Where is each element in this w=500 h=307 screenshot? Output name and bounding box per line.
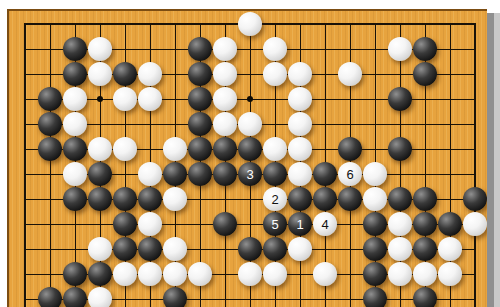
white-stone bbox=[363, 187, 387, 211]
white-stone bbox=[88, 287, 112, 307]
white-stone bbox=[163, 137, 187, 161]
black-stone bbox=[63, 37, 87, 61]
black-stone bbox=[313, 162, 337, 186]
black-stone bbox=[413, 287, 437, 307]
black-stone bbox=[163, 162, 187, 186]
page-background: 362514 bbox=[0, 0, 500, 307]
black-stone: 5 bbox=[263, 212, 287, 236]
white-stone bbox=[63, 112, 87, 136]
black-stone bbox=[463, 187, 487, 211]
black-stone bbox=[163, 287, 187, 307]
black-stone bbox=[63, 62, 87, 86]
white-stone bbox=[313, 262, 337, 286]
black-stone bbox=[238, 237, 262, 261]
black-stone: 1 bbox=[288, 212, 312, 236]
white-stone bbox=[88, 62, 112, 86]
black-stone bbox=[113, 187, 137, 211]
white-stone bbox=[163, 262, 187, 286]
black-stone bbox=[113, 237, 137, 261]
black-stone bbox=[263, 162, 287, 186]
black-stone bbox=[363, 287, 387, 307]
hoshi-point bbox=[97, 96, 103, 102]
white-stone bbox=[413, 262, 437, 286]
board-edge-shadow-light bbox=[494, 13, 500, 307]
white-stone bbox=[263, 137, 287, 161]
white-stone bbox=[388, 237, 412, 261]
white-stone bbox=[63, 87, 87, 111]
white-stone bbox=[88, 37, 112, 61]
black-stone bbox=[38, 287, 62, 307]
white-stone: 4 bbox=[313, 212, 337, 236]
black-stone bbox=[288, 187, 312, 211]
white-stone: 2 bbox=[263, 187, 287, 211]
black-stone bbox=[213, 162, 237, 186]
black-stone bbox=[63, 137, 87, 161]
black-stone bbox=[188, 37, 212, 61]
black-stone bbox=[113, 212, 137, 236]
black-stone bbox=[88, 262, 112, 286]
move-number-label: 4 bbox=[321, 218, 328, 231]
white-stone bbox=[113, 262, 137, 286]
white-stone bbox=[263, 262, 287, 286]
black-stone bbox=[138, 237, 162, 261]
black-stone bbox=[188, 137, 212, 161]
black-stone bbox=[438, 212, 462, 236]
black-stone bbox=[263, 237, 287, 261]
go-board[interactable]: 362514 bbox=[7, 9, 487, 307]
white-stone bbox=[263, 37, 287, 61]
white-stone bbox=[138, 162, 162, 186]
white-stone bbox=[288, 237, 312, 261]
black-stone bbox=[88, 162, 112, 186]
grid-line-vertical bbox=[474, 24, 476, 307]
white-stone bbox=[63, 162, 87, 186]
hoshi-point bbox=[247, 96, 253, 102]
black-stone bbox=[213, 212, 237, 236]
board-edge-shadow-dark bbox=[487, 13, 494, 307]
white-stone bbox=[113, 137, 137, 161]
black-stone bbox=[38, 112, 62, 136]
black-stone bbox=[63, 262, 87, 286]
black-stone bbox=[213, 137, 237, 161]
black-stone bbox=[413, 37, 437, 61]
white-stone bbox=[388, 37, 412, 61]
black-stone bbox=[138, 187, 162, 211]
white-stone bbox=[288, 87, 312, 111]
grid-line-vertical bbox=[50, 24, 51, 307]
white-stone bbox=[238, 12, 262, 36]
black-stone bbox=[238, 137, 262, 161]
white-stone bbox=[363, 162, 387, 186]
white-stone bbox=[163, 237, 187, 261]
move-number-label: 2 bbox=[271, 193, 278, 206]
black-stone bbox=[413, 237, 437, 261]
move-number-label: 1 bbox=[296, 218, 303, 231]
black-stone bbox=[338, 187, 362, 211]
white-stone bbox=[438, 237, 462, 261]
black-stone bbox=[388, 87, 412, 111]
white-stone bbox=[288, 62, 312, 86]
black-stone bbox=[388, 187, 412, 211]
white-stone bbox=[288, 137, 312, 161]
white-stone bbox=[138, 87, 162, 111]
white-stone bbox=[238, 112, 262, 136]
white-stone bbox=[288, 112, 312, 136]
black-stone bbox=[88, 187, 112, 211]
white-stone bbox=[338, 62, 362, 86]
black-stone bbox=[188, 87, 212, 111]
black-stone bbox=[338, 137, 362, 161]
black-stone bbox=[363, 262, 387, 286]
white-stone bbox=[163, 187, 187, 211]
white-stone bbox=[288, 162, 312, 186]
black-stone bbox=[63, 187, 87, 211]
black-stone bbox=[413, 187, 437, 211]
black-stone bbox=[388, 137, 412, 161]
black-stone bbox=[113, 62, 137, 86]
white-stone bbox=[438, 262, 462, 286]
white-stone bbox=[213, 62, 237, 86]
white-stone bbox=[238, 262, 262, 286]
white-stone bbox=[188, 262, 212, 286]
white-stone bbox=[213, 37, 237, 61]
white-stone bbox=[138, 212, 162, 236]
move-number-label: 5 bbox=[271, 218, 278, 231]
white-stone: 6 bbox=[338, 162, 362, 186]
black-stone bbox=[363, 212, 387, 236]
grid-line-vertical bbox=[24, 24, 26, 307]
black-stone bbox=[413, 62, 437, 86]
white-stone bbox=[113, 87, 137, 111]
black-stone bbox=[363, 237, 387, 261]
black-stone bbox=[38, 137, 62, 161]
white-stone bbox=[138, 262, 162, 286]
black-stone bbox=[188, 162, 212, 186]
white-stone bbox=[88, 237, 112, 261]
black-stone: 3 bbox=[238, 162, 262, 186]
black-stone bbox=[313, 187, 337, 211]
white-stone bbox=[213, 87, 237, 111]
white-stone bbox=[463, 212, 487, 236]
white-stone bbox=[263, 62, 287, 86]
white-stone bbox=[138, 62, 162, 86]
black-stone bbox=[38, 87, 62, 111]
white-stone bbox=[388, 262, 412, 286]
black-stone bbox=[63, 287, 87, 307]
white-stone bbox=[213, 112, 237, 136]
black-stone bbox=[413, 212, 437, 236]
move-number-label: 3 bbox=[246, 168, 253, 181]
white-stone bbox=[388, 212, 412, 236]
black-stone bbox=[188, 112, 212, 136]
move-number-label: 6 bbox=[346, 168, 353, 181]
white-stone bbox=[88, 137, 112, 161]
black-stone bbox=[188, 62, 212, 86]
